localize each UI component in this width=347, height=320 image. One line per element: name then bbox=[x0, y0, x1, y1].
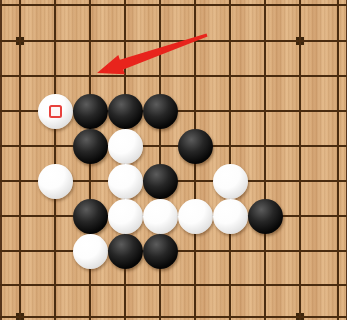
red-arrow bbox=[0, 0, 347, 320]
black-stone bbox=[178, 129, 213, 164]
grid-line bbox=[124, 0, 126, 320]
last-move-marker bbox=[49, 105, 62, 118]
grid-line bbox=[0, 75, 347, 77]
grid-line bbox=[0, 180, 347, 182]
white-stone bbox=[178, 199, 213, 234]
grid-line bbox=[0, 110, 347, 112]
grid-line bbox=[264, 0, 266, 320]
white-stone bbox=[108, 129, 143, 164]
grid-line bbox=[89, 0, 91, 320]
black-stone bbox=[73, 199, 108, 234]
star-point bbox=[296, 313, 304, 320]
white-stone bbox=[143, 199, 178, 234]
red-arrow-shape bbox=[97, 34, 208, 75]
black-stone bbox=[143, 234, 178, 269]
white-stone bbox=[38, 94, 73, 129]
grid-line bbox=[0, 284, 347, 286]
grid-line bbox=[0, 40, 347, 42]
star-point bbox=[296, 37, 304, 45]
grid-line bbox=[337, 0, 339, 320]
black-stone bbox=[73, 94, 108, 129]
black-stone bbox=[73, 129, 108, 164]
white-stone bbox=[108, 199, 143, 234]
grid-line bbox=[19, 0, 21, 320]
grid-line bbox=[0, 316, 347, 318]
grid-line bbox=[0, 250, 347, 252]
grid-line bbox=[299, 0, 301, 320]
grid-line bbox=[54, 0, 56, 320]
black-stone bbox=[143, 94, 178, 129]
white-stone bbox=[38, 164, 73, 199]
black-stone bbox=[108, 234, 143, 269]
grid-line bbox=[0, 4, 347, 6]
grid-line bbox=[194, 0, 196, 320]
grid-line bbox=[0, 145, 347, 147]
grid-line bbox=[0, 215, 347, 217]
go-board[interactable] bbox=[0, 0, 347, 320]
white-stone bbox=[213, 164, 248, 199]
black-stone bbox=[248, 199, 283, 234]
star-point bbox=[16, 37, 24, 45]
black-stone bbox=[108, 94, 143, 129]
grid-line-edge bbox=[0, 0, 2, 320]
black-stone bbox=[143, 164, 178, 199]
grid-line bbox=[159, 0, 161, 320]
white-stone bbox=[108, 164, 143, 199]
star-point bbox=[16, 313, 24, 320]
grid-line bbox=[229, 0, 231, 320]
white-stone bbox=[213, 199, 248, 234]
white-stone bbox=[73, 234, 108, 269]
